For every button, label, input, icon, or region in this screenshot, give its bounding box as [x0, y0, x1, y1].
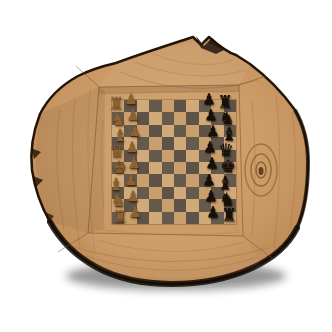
board-square[interactable] — [186, 100, 198, 112]
white-pawn[interactable]: ♟ — [127, 188, 140, 203]
board-square[interactable] — [162, 212, 174, 224]
board-square[interactable] — [149, 174, 161, 186]
board-square[interactable] — [162, 100, 174, 112]
white-pawn[interactable]: ♟ — [128, 156, 141, 171]
black-pawn[interactable]: ♟ — [203, 140, 216, 155]
board-square[interactable] — [174, 174, 186, 186]
board-square[interactable] — [137, 174, 149, 186]
board-square[interactable] — [149, 162, 161, 174]
board-square[interactable] — [174, 112, 186, 124]
board-square[interactable] — [174, 137, 186, 149]
board-square[interactable] — [186, 174, 198, 186]
white-pawn[interactable]: ♟ — [125, 92, 138, 107]
white-pawn[interactable]: ♟ — [125, 172, 138, 187]
black-pawn[interactable]: ♟ — [206, 124, 219, 139]
board-square[interactable] — [162, 150, 174, 162]
board-square[interactable] — [162, 187, 174, 199]
white-pawn[interactable]: ♟ — [126, 140, 139, 155]
board-square[interactable] — [186, 162, 198, 174]
board-square[interactable] — [149, 212, 161, 224]
board-square[interactable] — [174, 162, 186, 174]
white-pawn[interactable]: ♟ — [129, 204, 142, 219]
black-pawn[interactable]: ♟ — [205, 156, 218, 171]
board-square[interactable] — [149, 150, 161, 162]
board-square[interactable] — [186, 137, 198, 149]
white-rook[interactable]: ♜ — [112, 207, 127, 224]
board-square[interactable] — [174, 199, 186, 211]
board-square[interactable] — [149, 137, 161, 149]
board-square[interactable] — [149, 100, 161, 112]
board-square[interactable] — [162, 125, 174, 137]
board-square[interactable] — [186, 187, 198, 199]
board-square[interactable] — [186, 212, 198, 224]
board-square[interactable] — [186, 125, 198, 137]
board-square[interactable] — [162, 174, 174, 186]
black-pawn[interactable]: ♟ — [204, 188, 217, 203]
board-square[interactable] — [149, 125, 161, 137]
board-square[interactable] — [162, 199, 174, 211]
board-square[interactable] — [174, 100, 186, 112]
black-pawn[interactable]: ♟ — [202, 172, 215, 187]
board-square[interactable] — [162, 112, 174, 124]
board-square[interactable] — [186, 199, 198, 211]
board-square[interactable] — [174, 212, 186, 224]
board-square[interactable] — [174, 125, 186, 137]
board-square[interactable] — [186, 150, 198, 162]
board-square[interactable] — [137, 137, 149, 149]
black-rook[interactable]: ♜ — [221, 207, 237, 225]
board-square[interactable] — [162, 137, 174, 149]
black-pawn[interactable]: ♟ — [206, 204, 219, 219]
board-square[interactable] — [174, 187, 186, 199]
board-square[interactable] — [174, 150, 186, 162]
board-square[interactable] — [186, 112, 198, 124]
board-square[interactable] — [149, 199, 161, 211]
board-square[interactable] — [162, 162, 174, 174]
black-pawn[interactable]: ♟ — [202, 92, 215, 107]
board-square[interactable] — [149, 187, 161, 199]
top-bevel — [99, 41, 250, 87]
white-pawn[interactable]: ♟ — [127, 108, 140, 123]
black-pawn[interactable]: ♟ — [204, 108, 217, 123]
product-photo: ♜♞♝♛♚♝♞♜♟♟♟♟♟♟♟♟♟♟♟♟♟♟♟♟♜♞♝♛♚♝♞♜ — [0, 0, 332, 332]
board-square[interactable] — [149, 112, 161, 124]
white-pawn[interactable]: ♟ — [129, 124, 142, 139]
